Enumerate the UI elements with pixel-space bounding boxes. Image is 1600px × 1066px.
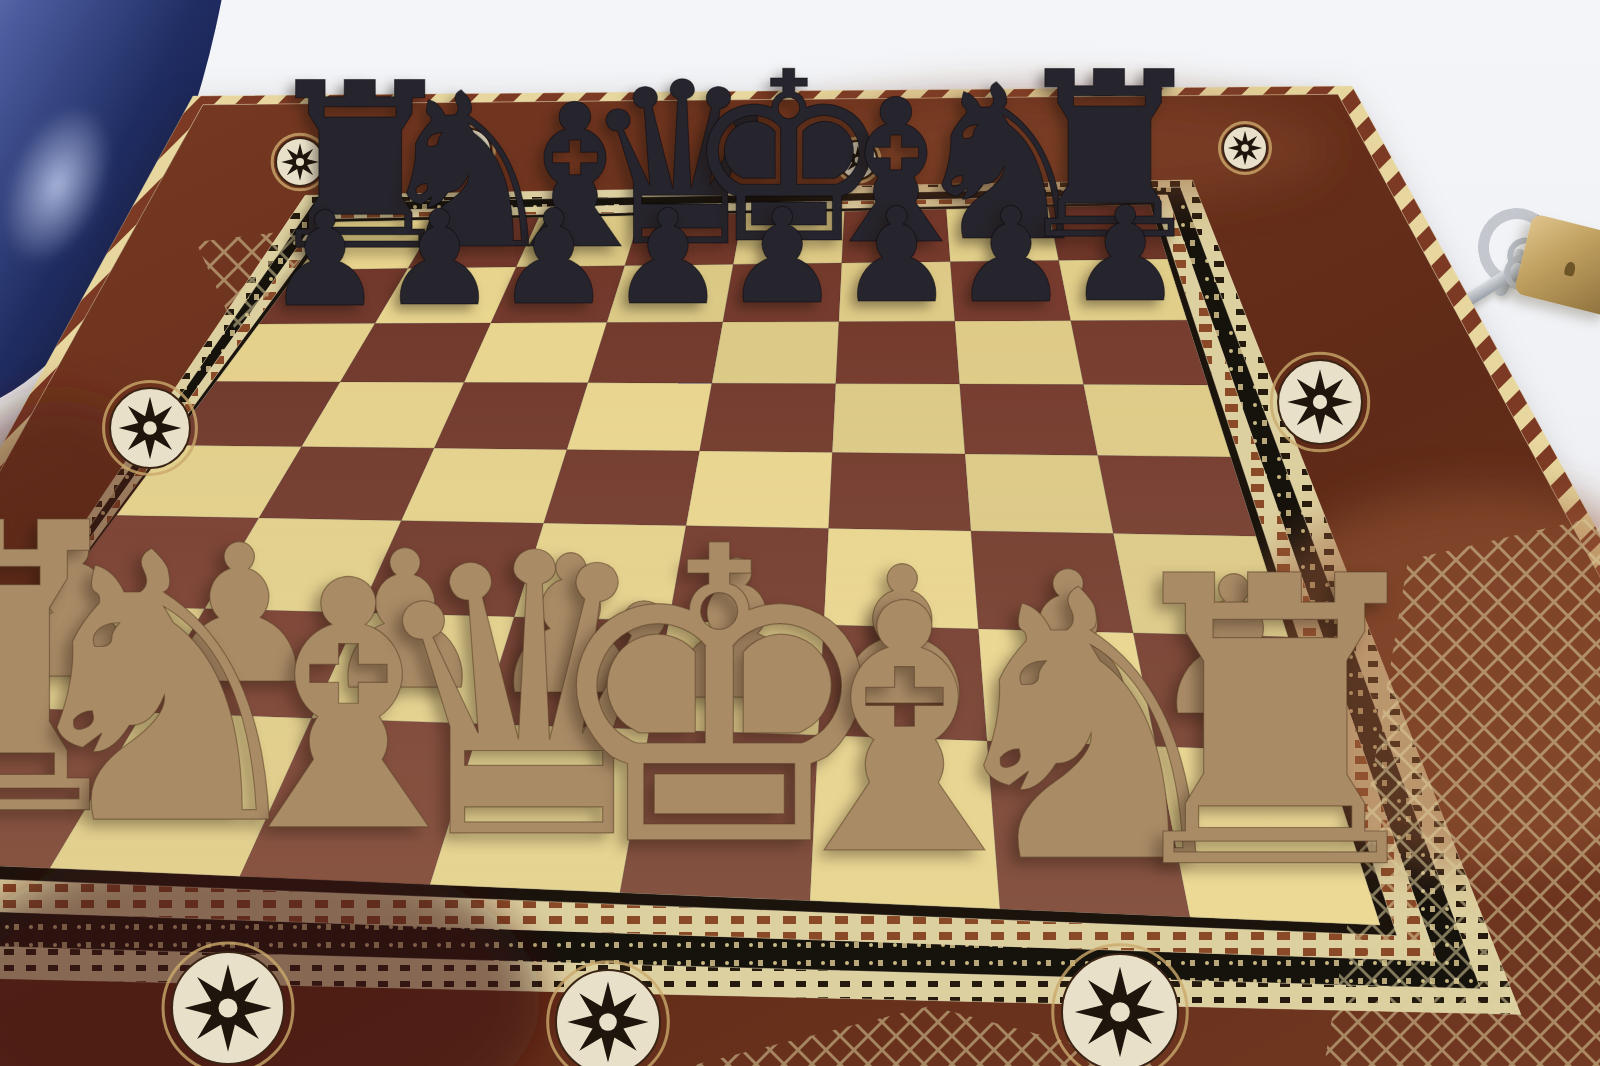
- chess-piece-dark-p[interactable]: ♟: [266, 201, 383, 319]
- chess-piece-dark-p[interactable]: ♟: [724, 198, 841, 316]
- chess-piece-dark-p[interactable]: ♟: [381, 200, 498, 318]
- chess-piece-dark-p[interactable]: ♟: [609, 199, 726, 317]
- mosaic-star-medallion: [1219, 122, 1270, 173]
- photo-scene: ♜♞♝♛♚♝♞♜♟♟♟♟♟♟♟♟♟♟♟♟♟♟♟♟♜♞♝♛♚♝♞♜: [0, 0, 1600, 1066]
- chess-piece-dark-p[interactable]: ♟: [495, 200, 612, 318]
- mosaic-star-medallion: [548, 962, 669, 1066]
- mosaic-star-medallion: [1271, 353, 1368, 450]
- chess-piece-dark-p[interactable]: ♟: [1067, 196, 1184, 314]
- chess-piece-light-r[interactable]: ♜: [1097, 546, 1454, 904]
- chess-piece-dark-p[interactable]: ♟: [838, 198, 955, 316]
- chess-piece-dark-p[interactable]: ♟: [952, 197, 1069, 315]
